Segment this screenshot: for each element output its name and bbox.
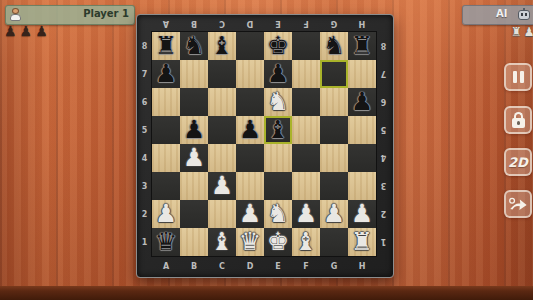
coordinate-label: 5 [376, 116, 391, 144]
square-f7[interactable] [292, 60, 320, 88]
black-rook-h8[interactable]: ♜ [351, 32, 373, 60]
square-c7[interactable] [208, 60, 236, 88]
black-bishop-e5[interactable]: ♝ [267, 116, 289, 144]
coordinate-label: A [152, 15, 180, 32]
square-f8[interactable] [292, 32, 320, 60]
white-knight-e6[interactable]: ♞ [267, 88, 289, 116]
square-h4[interactable] [348, 144, 376, 172]
coordinate-label: 4 [137, 144, 152, 172]
white-rook-h1[interactable]: ♜ [351, 228, 373, 256]
robot-icon [517, 8, 531, 21]
square-g4[interactable] [320, 144, 348, 172]
coordinate-label: 3 [137, 172, 152, 200]
white-captured-pieces-tray: ♟♟♟ [4, 23, 48, 39]
coordinate-label: 8 [376, 32, 391, 60]
square-a1[interactable]: ♛ [152, 228, 180, 256]
coordinate-label: B [180, 15, 208, 32]
white-player-bar: Player 1 [5, 5, 135, 25]
black-knight-b8[interactable]: ♞ [183, 32, 205, 60]
coordinate-label: 4 [376, 144, 391, 172]
white-pawn-h2[interactable]: ♟ [351, 200, 373, 228]
white-pawn-f2[interactable]: ♟ [295, 200, 317, 228]
square-e1[interactable]: ♚ [264, 228, 292, 256]
coordinate-label: D [236, 256, 264, 277]
black-player-bar: AI [462, 5, 533, 25]
square-e2[interactable]: ♞ [264, 200, 292, 228]
square-a8[interactable]: ♜ [152, 32, 180, 60]
square-g2[interactable]: ♟ [320, 200, 348, 228]
table-edge [0, 286, 533, 300]
white-pawn-c3[interactable]: ♟ [211, 172, 233, 200]
square-f2[interactable]: ♟ [292, 200, 320, 228]
pause-icon [513, 71, 524, 83]
captured-black-pawn-icon: ♟ [35, 23, 48, 39]
captured-white-rook-icon: ♜ [511, 25, 522, 39]
coordinate-label: 6 [137, 88, 152, 116]
square-d4[interactable] [236, 144, 264, 172]
square-d7[interactable] [236, 60, 264, 88]
black-queen-a1[interactable]: ♛ [155, 228, 177, 256]
black-king-e8[interactable]: ♚ [267, 32, 289, 60]
coordinate-label: 8 [137, 32, 152, 60]
square-d2[interactable]: ♟ [236, 200, 264, 228]
coordinate-label: B [180, 256, 208, 277]
black-pawn-d5[interactable]: ♟ [239, 116, 261, 144]
coordinate-label: E [264, 256, 292, 277]
coordinate-label: D [236, 15, 264, 32]
square-e4[interactable] [264, 144, 292, 172]
white-bishop-c1[interactable]: ♝ [211, 228, 233, 256]
white-pawn-a2[interactable]: ♟ [155, 200, 177, 228]
coordinate-label: G [320, 256, 348, 277]
square-e3[interactable] [264, 172, 292, 200]
square-h3[interactable] [348, 172, 376, 200]
white-pawn-b4[interactable]: ♟ [183, 144, 205, 172]
lock-button[interactable] [504, 106, 532, 134]
square-e7[interactable]: ♟ [264, 60, 292, 88]
black-bishop-c8[interactable]: ♝ [211, 32, 233, 60]
coordinate-label: C [208, 256, 236, 277]
file-labels-bottom: ABCDEFGH [152, 256, 376, 277]
coordinate-label: 1 [376, 228, 391, 256]
square-c8[interactable]: ♝ [208, 32, 236, 60]
lock-icon [512, 112, 525, 128]
square-a6[interactable] [152, 88, 180, 116]
square-c4[interactable] [208, 144, 236, 172]
coordinate-label: 7 [376, 60, 391, 88]
square-c5[interactable] [208, 116, 236, 144]
square-g3[interactable] [320, 172, 348, 200]
coordinate-label: 2 [137, 200, 152, 228]
square-g6[interactable] [320, 88, 348, 116]
square-a4[interactable] [152, 144, 180, 172]
square-g1[interactable] [320, 228, 348, 256]
black-rook-a8[interactable]: ♜ [155, 32, 177, 60]
rank-labels-right: 87654321 [376, 32, 391, 256]
white-bishop-f1[interactable]: ♝ [295, 228, 317, 256]
captured-black-pawn-icon: ♟ [4, 23, 17, 39]
square-h6[interactable]: ♟ [348, 88, 376, 116]
player-avatar-icon [9, 8, 22, 21]
square-b4[interactable]: ♟ [180, 144, 208, 172]
chess-board: ABCDEFGH 87654321 ♜♞♝♚♞♜♟♟♞♟♟♟♝♟♟♟♟♞♟♟♟♛… [136, 14, 394, 278]
captured-black-pawn-icon: ♟ [20, 23, 33, 39]
coordinate-label: 1 [137, 228, 152, 256]
coordinate-label: G [320, 15, 348, 32]
coordinate-label: 7 [137, 60, 152, 88]
square-h7[interactable] [348, 60, 376, 88]
square-a3[interactable] [152, 172, 180, 200]
square-f1[interactable]: ♝ [292, 228, 320, 256]
forward-arrow-icon [508, 196, 528, 212]
coordinate-label: 6 [376, 88, 391, 116]
square-e5[interactable]: ♝ [264, 116, 292, 144]
white-knight-e2[interactable]: ♞ [267, 200, 289, 228]
view-2d-button[interactable]: 2D [504, 148, 532, 176]
square-b7[interactable] [180, 60, 208, 88]
white-king-e1[interactable]: ♚ [267, 228, 289, 256]
square-f6[interactable] [292, 88, 320, 116]
coordinate-label: E [264, 15, 292, 32]
coordinate-label: C [208, 15, 236, 32]
view-2d-label: 2D [508, 155, 528, 170]
black-knight-g8[interactable]: ♞ [323, 32, 345, 60]
square-b3[interactable] [180, 172, 208, 200]
pause-button[interactable] [504, 63, 532, 91]
captured-white-pawn-icon: ♟ [524, 25, 533, 39]
square-d6[interactable] [236, 88, 264, 116]
white-queen-d1[interactable]: ♛ [239, 228, 261, 256]
coordinate-label: H [348, 15, 376, 32]
square-b8[interactable]: ♞ [180, 32, 208, 60]
black-player-name: AI [496, 8, 507, 19]
square-b6[interactable] [180, 88, 208, 116]
black-pawn-b5[interactable]: ♟ [183, 116, 205, 144]
square-f3[interactable] [292, 172, 320, 200]
square-g8[interactable]: ♞ [320, 32, 348, 60]
square-f4[interactable] [292, 144, 320, 172]
square-h1[interactable]: ♜ [348, 228, 376, 256]
coordinate-label: A [152, 256, 180, 277]
square-d8[interactable] [236, 32, 264, 60]
coordinate-label: 5 [137, 116, 152, 144]
square-a7[interactable]: ♟ [152, 60, 180, 88]
square-c1[interactable]: ♝ [208, 228, 236, 256]
square-c2[interactable] [208, 200, 236, 228]
square-b1[interactable] [180, 228, 208, 256]
app-screen: Player 1 ♟♟♟ AI ♜♟ ABCDEFGH 87654321 ♜♞♝… [0, 0, 533, 300]
square-a2[interactable]: ♟ [152, 200, 180, 228]
square-g5[interactable] [320, 116, 348, 144]
square-c3[interactable]: ♟ [208, 172, 236, 200]
coordinate-label: F [292, 256, 320, 277]
board-squares: ♜♞♝♚♞♜♟♟♞♟♟♟♝♟♟♟♟♞♟♟♟♛♝♛♚♝♜ [151, 31, 377, 257]
black-pawn-h6[interactable]: ♟ [351, 88, 373, 116]
black-pawn-a7[interactable]: ♟ [155, 60, 177, 88]
coordinate-label: H [348, 256, 376, 277]
rank-labels-left: 87654321 [137, 32, 152, 256]
file-labels-top: ABCDEFGH [152, 15, 376, 32]
square-b5[interactable]: ♟ [180, 116, 208, 144]
coordinate-label: F [292, 15, 320, 32]
square-h2[interactable]: ♟ [348, 200, 376, 228]
square-a5[interactable] [152, 116, 180, 144]
square-d3[interactable] [236, 172, 264, 200]
square-b2[interactable] [180, 200, 208, 228]
coordinate-label: 2 [376, 200, 391, 228]
square-f5[interactable] [292, 116, 320, 144]
white-player-name: Player 1 [83, 8, 129, 19]
white-pawn-d2[interactable]: ♟ [239, 200, 261, 228]
square-h8[interactable]: ♜ [348, 32, 376, 60]
square-c6[interactable] [208, 88, 236, 116]
square-d5[interactable]: ♟ [236, 116, 264, 144]
square-e8[interactable]: ♚ [264, 32, 292, 60]
square-e6[interactable]: ♞ [264, 88, 292, 116]
black-pawn-e7[interactable]: ♟ [267, 60, 289, 88]
forward-button[interactable] [504, 190, 532, 218]
square-d1[interactable]: ♛ [236, 228, 264, 256]
white-pawn-g2[interactable]: ♟ [323, 200, 345, 228]
square-g7[interactable] [320, 60, 348, 88]
black-captured-pieces-tray: ♜♟ [511, 25, 533, 39]
coordinate-label: 3 [376, 172, 391, 200]
square-h5[interactable] [348, 116, 376, 144]
